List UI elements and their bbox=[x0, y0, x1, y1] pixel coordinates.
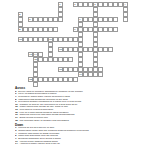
clue-number: 7 bbox=[79, 18, 82, 20]
clue-number: 13 bbox=[29, 53, 32, 55]
clue-number: 10 bbox=[19, 38, 22, 40]
clue-text: The scientific study of weather and fore… bbox=[19, 120, 69, 122]
clue-number: 5 bbox=[19, 13, 22, 15]
block-cell bbox=[128, 82, 133, 87]
clue-number-label: 14. bbox=[15, 143, 18, 145]
down-clue-list: 1. Moving air felt as a breeze or gale3.… bbox=[15, 127, 127, 145]
clue-number: 18 bbox=[29, 78, 32, 80]
clue-text: Amount of water vapour held in the air bbox=[19, 143, 60, 145]
clue-number: 1 bbox=[59, 3, 62, 5]
clue-number: 4 bbox=[124, 3, 127, 5]
clue-number: 2 bbox=[74, 3, 77, 5]
down-clues-section: Down 1. Moving air felt as a breeze or g… bbox=[15, 124, 127, 146]
crossword-grid: 123456789101112131415161718 bbox=[18, 2, 133, 87]
clue-number: 11 bbox=[49, 38, 52, 40]
clue-number: 15 bbox=[34, 58, 37, 60]
across-clues-section: Across 2. Device used to measure atmosph… bbox=[15, 87, 127, 122]
crossword-page: 123456789101112131415161718 Across 2. De… bbox=[0, 0, 150, 150]
clue-number: 6 bbox=[29, 18, 32, 20]
clue-number: 16 bbox=[59, 68, 62, 70]
clue-number: 3 bbox=[94, 3, 97, 5]
clue-number-label: 18. bbox=[15, 120, 18, 122]
clue-number: 17 bbox=[79, 73, 82, 75]
clue: 18. The scientific study of weather and … bbox=[15, 120, 127, 123]
across-clue-list: 2. Device used to measure atmospheric pr… bbox=[15, 91, 127, 123]
clue-number: 8 bbox=[19, 28, 22, 30]
clue: 14. Amount of water vapour held in the a… bbox=[15, 143, 127, 146]
clue-number: 14 bbox=[34, 53, 37, 55]
clue-number: 9 bbox=[74, 28, 77, 30]
clues-panel: Across 2. Device used to measure atmosph… bbox=[15, 87, 127, 148]
clue-number: 12 bbox=[59, 48, 62, 50]
